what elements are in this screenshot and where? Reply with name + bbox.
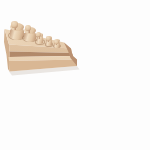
block-right-end-face: [0, 0, 150, 150]
block-ground-shadow: [0, 0, 150, 150]
cylinder-2-knob: [25, 25, 31, 31]
block-base-bevel: [0, 0, 150, 150]
block-front-groove: [0, 0, 150, 150]
cylinder-1-knob: [11, 21, 17, 27]
block-top-face: [0, 0, 150, 150]
cylinder-block: [0, 0, 150, 150]
block-base-front: [0, 0, 150, 150]
block-left-edge: [0, 0, 150, 150]
cylinder-4-knob: [46, 36, 51, 41]
product-photo-stage: [0, 0, 150, 150]
cylinder-5-knob: [54, 40, 58, 44]
block-front-top-molding: [0, 0, 150, 150]
